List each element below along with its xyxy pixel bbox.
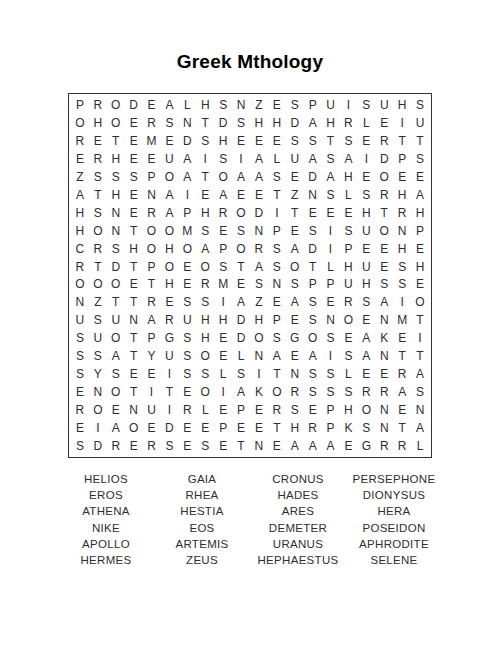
grid-cell: S bbox=[357, 96, 375, 114]
grid-cell: T bbox=[107, 132, 125, 150]
grid-cell: T bbox=[143, 276, 161, 294]
grid-cell: E bbox=[89, 132, 107, 150]
grid-cell: P bbox=[268, 311, 286, 329]
grid-cell: E bbox=[411, 168, 429, 186]
grid-cell: A bbox=[250, 150, 268, 168]
grid-cell: U bbox=[411, 114, 429, 132]
grid-cell: D bbox=[286, 114, 304, 132]
grid-cell: O bbox=[89, 401, 107, 419]
grid-cell: H bbox=[214, 132, 232, 150]
grid-cell: E bbox=[286, 168, 304, 186]
grid-cell: K bbox=[339, 419, 357, 437]
grid-cell: S bbox=[411, 383, 429, 401]
grid-cell: P bbox=[322, 401, 340, 419]
grid-cell: S bbox=[196, 437, 214, 455]
grid-cell: N bbox=[107, 222, 125, 240]
grid-cell: T bbox=[411, 347, 429, 365]
word-list-item: HELIOS bbox=[58, 471, 154, 487]
grid-cell: R bbox=[375, 437, 393, 455]
grid-cell: P bbox=[178, 204, 196, 222]
grid-cell: A bbox=[304, 114, 322, 132]
grid-cell: O bbox=[143, 240, 161, 258]
grid-cell: P bbox=[232, 401, 250, 419]
grid-cell: I bbox=[196, 150, 214, 168]
grid-cell: S bbox=[322, 329, 340, 347]
grid-cell: S bbox=[178, 329, 196, 347]
grid-cell: R bbox=[268, 401, 286, 419]
word-list-item: ZEUS bbox=[154, 552, 250, 568]
grid-cell: E bbox=[250, 132, 268, 150]
grid-cell: E bbox=[232, 132, 250, 150]
grid-cell: T bbox=[89, 258, 107, 276]
grid-cell: I bbox=[393, 114, 411, 132]
grid-cell: E bbox=[232, 186, 250, 204]
word-list-item: HERA bbox=[346, 503, 442, 519]
grid-cell: S bbox=[339, 383, 357, 401]
grid-cell: A bbox=[107, 347, 125, 365]
grid-cell: T bbox=[411, 311, 429, 329]
grid-cell: H bbox=[357, 204, 375, 222]
grid-cell: U bbox=[339, 276, 357, 294]
word-list-item: CRONUS bbox=[250, 471, 346, 487]
grid-cell: E bbox=[196, 186, 214, 204]
grid-cell: N bbox=[375, 311, 393, 329]
grid-cell: T bbox=[125, 329, 143, 347]
grid-cell: T bbox=[125, 293, 143, 311]
grid-cell: E bbox=[232, 276, 250, 294]
grid-cell: H bbox=[286, 419, 304, 437]
grid-cell: R bbox=[160, 311, 178, 329]
grid-cell: U bbox=[71, 311, 89, 329]
grid-cell: Z bbox=[286, 186, 304, 204]
grid-cell: N bbox=[250, 437, 268, 455]
grid-cell: T bbox=[322, 132, 340, 150]
grid-cell: S bbox=[411, 96, 429, 114]
word-list-item: GAIA bbox=[154, 471, 250, 487]
grid-cell: N bbox=[411, 401, 429, 419]
grid-cell: I bbox=[89, 419, 107, 437]
grid-cell: A bbox=[375, 293, 393, 311]
word-list-item: EROS bbox=[58, 487, 154, 503]
grid-cell: R bbox=[339, 293, 357, 311]
grid-cell: A bbox=[411, 419, 429, 437]
grid-cell: T bbox=[89, 186, 107, 204]
grid-cell: S bbox=[232, 222, 250, 240]
grid-cell: E bbox=[357, 168, 375, 186]
grid-cell: N bbox=[232, 96, 250, 114]
grid-cell: G bbox=[160, 329, 178, 347]
grid-cell: N bbox=[286, 365, 304, 383]
grid-cell: M bbox=[393, 311, 411, 329]
grid-cell: H bbox=[71, 204, 89, 222]
grid-cell: A bbox=[232, 168, 250, 186]
grid-cell: T bbox=[125, 347, 143, 365]
grid-cell: A bbox=[178, 150, 196, 168]
grid-cell: L bbox=[339, 186, 357, 204]
grid-cell: H bbox=[125, 240, 143, 258]
grid-cell: O bbox=[250, 329, 268, 347]
grid-cell: E bbox=[125, 437, 143, 455]
grid-cell: E bbox=[178, 419, 196, 437]
grid-cell: Z bbox=[250, 96, 268, 114]
grid-cell: S bbox=[196, 222, 214, 240]
grid-cell: R bbox=[71, 132, 89, 150]
grid-cell: L bbox=[357, 114, 375, 132]
grid-cell: T bbox=[196, 168, 214, 186]
grid-cell: O bbox=[160, 168, 178, 186]
grid-cell: R bbox=[214, 204, 232, 222]
grid-cell: N bbox=[89, 383, 107, 401]
grid-cell: O bbox=[232, 204, 250, 222]
word-list-item: RHEA bbox=[154, 487, 250, 503]
grid-cell: E bbox=[322, 204, 340, 222]
grid-cell: N bbox=[125, 401, 143, 419]
grid-cell: S bbox=[286, 96, 304, 114]
grid-cell: L bbox=[178, 96, 196, 114]
grid-cell: R bbox=[107, 437, 125, 455]
grid-cell: P bbox=[214, 240, 232, 258]
grid-cell: E bbox=[178, 383, 196, 401]
grid-cell: N bbox=[71, 293, 89, 311]
grid-cell: H bbox=[214, 311, 232, 329]
grid-cell: P bbox=[339, 240, 357, 258]
grid-cell: S bbox=[322, 150, 340, 168]
grid-cell: U bbox=[375, 96, 393, 114]
grid-cell: S bbox=[357, 293, 375, 311]
grid-cell: S bbox=[107, 365, 125, 383]
word-list-item: NIKE bbox=[58, 520, 154, 536]
grid-cell: E bbox=[357, 365, 375, 383]
grid-cell: E bbox=[125, 132, 143, 150]
grid-cell: G bbox=[357, 437, 375, 455]
grid-cell: Y bbox=[89, 365, 107, 383]
grid-cell: A bbox=[411, 365, 429, 383]
grid-cell: S bbox=[304, 293, 322, 311]
grid-cell: A bbox=[357, 329, 375, 347]
grid-cell: E bbox=[143, 96, 161, 114]
grid-cell: R bbox=[143, 437, 161, 455]
grid-cell: E bbox=[178, 437, 196, 455]
grid-cell: K bbox=[375, 329, 393, 347]
grid-cell: S bbox=[214, 258, 232, 276]
grid-cell: D bbox=[232, 329, 250, 347]
grid-cell: U bbox=[286, 150, 304, 168]
grid-cell: S bbox=[393, 276, 411, 294]
grid-cell: R bbox=[250, 240, 268, 258]
grid-cell: T bbox=[304, 258, 322, 276]
word-list-item: HEPHAESTUS bbox=[250, 552, 346, 568]
grid-cell: E bbox=[357, 240, 375, 258]
grid-cell: H bbox=[339, 168, 357, 186]
grid-cell: P bbox=[143, 329, 161, 347]
grid-cell: Z bbox=[89, 293, 107, 311]
grid-cell: H bbox=[393, 240, 411, 258]
grid-cell: U bbox=[160, 150, 178, 168]
grid-cell: E bbox=[375, 114, 393, 132]
grid-cell: E bbox=[393, 168, 411, 186]
grid-cell: P bbox=[411, 222, 429, 240]
grid-cell: O bbox=[411, 293, 429, 311]
grid-cell: O bbox=[178, 240, 196, 258]
grid-cell: D bbox=[160, 419, 178, 437]
word-list-item: DIONYSUS bbox=[346, 487, 442, 503]
grid-cell: E bbox=[357, 132, 375, 150]
grid-cell: S bbox=[214, 96, 232, 114]
grid-cell: E bbox=[411, 276, 429, 294]
grid-cell: E bbox=[125, 365, 143, 383]
grid-cell: S bbox=[286, 401, 304, 419]
grid-cell: T bbox=[232, 437, 250, 455]
grid-cell: S bbox=[71, 365, 89, 383]
grid-cell: H bbox=[107, 150, 125, 168]
grid-cell: S bbox=[304, 365, 322, 383]
grid-cell: H bbox=[71, 222, 89, 240]
grid-cell: S bbox=[411, 150, 429, 168]
grid-cell: S bbox=[339, 222, 357, 240]
grid-cell: T bbox=[393, 419, 411, 437]
grid-cell: N bbox=[125, 311, 143, 329]
grid-cell: E bbox=[214, 347, 232, 365]
grid-cell: Y bbox=[143, 347, 161, 365]
word-list-item: DEMETER bbox=[250, 520, 346, 536]
grid-cell: A bbox=[286, 437, 304, 455]
grid-cell: O bbox=[214, 168, 232, 186]
grid-cell: O bbox=[107, 276, 125, 294]
grid-cell: S bbox=[286, 132, 304, 150]
word-list-item: EOS bbox=[154, 520, 250, 536]
grid-cell: O bbox=[71, 276, 89, 294]
grid-cell: N bbox=[250, 347, 268, 365]
grid-cell: N bbox=[375, 347, 393, 365]
grid-cell: T bbox=[393, 132, 411, 150]
grid-cell: E bbox=[268, 96, 286, 114]
grid-cell: R bbox=[339, 114, 357, 132]
grid-cell: T bbox=[268, 419, 286, 437]
grid-cell: R bbox=[286, 383, 304, 401]
grid-cell: S bbox=[160, 114, 178, 132]
grid-cell: S bbox=[304, 222, 322, 240]
grid-cell: S bbox=[196, 132, 214, 150]
grid-cell: I bbox=[250, 365, 268, 383]
grid-cell: S bbox=[268, 258, 286, 276]
grid-cell: S bbox=[232, 365, 250, 383]
grid-cell: T bbox=[286, 204, 304, 222]
grid-cell: P bbox=[304, 276, 322, 294]
grid-cell: O bbox=[143, 222, 161, 240]
grid-cell: H bbox=[268, 114, 286, 132]
grid-cell: O bbox=[107, 383, 125, 401]
word-list-item: HADES bbox=[250, 487, 346, 503]
grid-cell: P bbox=[393, 150, 411, 168]
grid-cell: E bbox=[268, 293, 286, 311]
grid-cell: T bbox=[393, 347, 411, 365]
grid-cell: S bbox=[304, 311, 322, 329]
grid-cell: H bbox=[89, 114, 107, 132]
grid-cell: L bbox=[411, 437, 429, 455]
grid-cell: S bbox=[322, 383, 340, 401]
grid-cell: L bbox=[214, 365, 232, 383]
grid-cell: O bbox=[107, 96, 125, 114]
word-list-item: PERSEPHONE bbox=[346, 471, 442, 487]
grid-cell: G bbox=[286, 329, 304, 347]
grid-cell: H bbox=[339, 258, 357, 276]
grid-cell: E bbox=[143, 419, 161, 437]
grid-cell: A bbox=[339, 150, 357, 168]
grid-cell: E bbox=[375, 258, 393, 276]
grid-cell: E bbox=[339, 437, 357, 455]
grid-cell: I bbox=[214, 383, 232, 401]
grid-cell: Z bbox=[71, 168, 89, 186]
grid-cell: I bbox=[232, 150, 250, 168]
grid-cell: N bbox=[375, 401, 393, 419]
grid-cell: R bbox=[393, 437, 411, 455]
grid-cell: U bbox=[357, 258, 375, 276]
grid-cell: N bbox=[304, 186, 322, 204]
grid-cell: S bbox=[160, 437, 178, 455]
grid-cell: N bbox=[107, 204, 125, 222]
grid-cell: E bbox=[250, 186, 268, 204]
grid-cell: A bbox=[286, 240, 304, 258]
grid-cell: R bbox=[304, 419, 322, 437]
grid-cell: U bbox=[178, 311, 196, 329]
grid-cell: E bbox=[339, 329, 357, 347]
grid-cell: O bbox=[339, 311, 357, 329]
grid-cell: N bbox=[375, 419, 393, 437]
grid-cell: S bbox=[107, 240, 125, 258]
grid-cell: P bbox=[143, 168, 161, 186]
grid-cell: I bbox=[178, 186, 196, 204]
grid-cell: O bbox=[107, 329, 125, 347]
grid-cell: S bbox=[339, 132, 357, 150]
grid-cell: A bbox=[250, 168, 268, 186]
grid-cell: A bbox=[232, 293, 250, 311]
grid-cell: P bbox=[304, 96, 322, 114]
grid-cell: O bbox=[107, 114, 125, 132]
grid-cell: A bbox=[143, 311, 161, 329]
grid-cell: O bbox=[160, 258, 178, 276]
grid-cell: E bbox=[107, 401, 125, 419]
word-list-item: APHRODITE bbox=[346, 536, 442, 552]
grid-cell: R bbox=[89, 240, 107, 258]
grid-cell: T bbox=[107, 293, 125, 311]
grid-cell: E bbox=[214, 401, 232, 419]
grid-cell: S bbox=[89, 168, 107, 186]
grid-cell: E bbox=[286, 311, 304, 329]
grid-cell: H bbox=[196, 311, 214, 329]
grid-cell: S bbox=[250, 276, 268, 294]
grid-cell: H bbox=[160, 276, 178, 294]
grid-cell: O bbox=[286, 258, 304, 276]
grid-cell: A bbox=[322, 168, 340, 186]
grid-cell: A bbox=[214, 186, 232, 204]
grid-cell: A bbox=[232, 383, 250, 401]
grid-cell: A bbox=[357, 347, 375, 365]
grid-cell: E bbox=[125, 186, 143, 204]
grid-cell: H bbox=[339, 401, 357, 419]
grid-cell: E bbox=[71, 150, 89, 168]
grid-cell: E bbox=[178, 258, 196, 276]
grid-cell: E bbox=[214, 437, 232, 455]
grid-cell: D bbox=[304, 240, 322, 258]
word-list-item: ATHENA bbox=[58, 503, 154, 519]
grid-cell: S bbox=[357, 186, 375, 204]
grid-cell: E bbox=[339, 204, 357, 222]
grid-cell: O bbox=[89, 276, 107, 294]
grid-cell: D bbox=[250, 204, 268, 222]
grid-cell: R bbox=[143, 114, 161, 132]
grid-cell: S bbox=[375, 276, 393, 294]
grid-cell: O bbox=[196, 258, 214, 276]
grid-cell: I bbox=[339, 96, 357, 114]
grid-cell: H bbox=[196, 204, 214, 222]
grid-cell: M bbox=[214, 276, 232, 294]
grid-cell: H bbox=[357, 276, 375, 294]
grid-cell: T bbox=[125, 222, 143, 240]
grid-cell: E bbox=[357, 311, 375, 329]
grid-cell: O bbox=[196, 347, 214, 365]
grid-cell: M bbox=[143, 132, 161, 150]
grid-cell: N bbox=[178, 114, 196, 132]
grid-cell: R bbox=[375, 132, 393, 150]
grid-cell: E bbox=[196, 419, 214, 437]
grid-cell: A bbox=[304, 347, 322, 365]
grid-cell: S bbox=[268, 168, 286, 186]
grid-cell: S bbox=[178, 347, 196, 365]
grid-cell: H bbox=[250, 311, 268, 329]
grid-cell: O bbox=[375, 222, 393, 240]
grid-cell: A bbox=[71, 186, 89, 204]
grid-cell: E bbox=[178, 276, 196, 294]
word-list-item: HESTIA bbox=[154, 503, 250, 519]
grid-cell: R bbox=[393, 365, 411, 383]
grid-cell: O bbox=[304, 329, 322, 347]
grid-cell: E bbox=[160, 293, 178, 311]
grid-cell: I bbox=[411, 329, 429, 347]
grid-cell: D bbox=[232, 311, 250, 329]
grid-cell: N bbox=[250, 222, 268, 240]
grid-cell: E bbox=[393, 401, 411, 419]
grid-cell: A bbox=[304, 437, 322, 455]
grid-cell: R bbox=[393, 204, 411, 222]
grid-cell: P bbox=[268, 222, 286, 240]
grid-cell: T bbox=[125, 258, 143, 276]
grid-cell: E bbox=[71, 383, 89, 401]
word-list-item: SELENE bbox=[346, 552, 442, 568]
grid-cell: E bbox=[160, 132, 178, 150]
grid-cell: I bbox=[322, 240, 340, 258]
grid-cell: I bbox=[393, 293, 411, 311]
grid-cell: T bbox=[196, 114, 214, 132]
grid-cell: T bbox=[232, 258, 250, 276]
grid-cell: A bbox=[322, 437, 340, 455]
grid-cell: S bbox=[304, 132, 322, 150]
grid-cell: U bbox=[107, 311, 125, 329]
grid-cell: A bbox=[160, 96, 178, 114]
grid-cell: D bbox=[89, 437, 107, 455]
grid-cell: I bbox=[214, 293, 232, 311]
grid-cell: T bbox=[268, 365, 286, 383]
grid-cell: N bbox=[393, 222, 411, 240]
grid-cell: H bbox=[411, 258, 429, 276]
grid-cell: S bbox=[304, 383, 322, 401]
grid-cell: E bbox=[214, 222, 232, 240]
grid-cell: S bbox=[125, 168, 143, 186]
grid-cell: Z bbox=[250, 293, 268, 311]
grid-cell: L bbox=[339, 365, 357, 383]
grid-cell: E bbox=[286, 222, 304, 240]
grid-cell: S bbox=[89, 347, 107, 365]
word-list: HELIOSGAIACRONUSPERSEPHONEEROSRHEAHADESD… bbox=[58, 471, 442, 568]
